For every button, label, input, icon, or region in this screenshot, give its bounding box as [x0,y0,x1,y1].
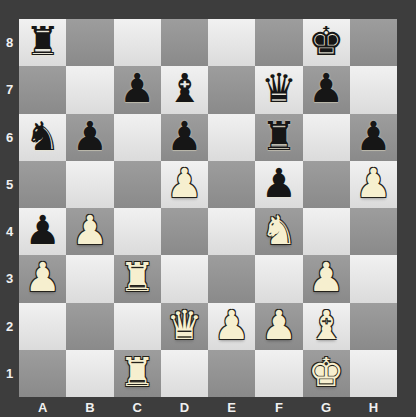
black-king-g8[interactable]: ♚ [308,19,344,65]
white-rook-c3[interactable]: ♜ [119,255,155,301]
square-g2[interactable]: ♝ [303,303,350,350]
square-f3[interactable] [255,255,302,302]
black-pawn-b6[interactable]: ♟ [72,114,108,160]
square-e6[interactable] [208,114,255,161]
square-c4[interactable] [114,208,161,255]
square-h7[interactable] [350,66,397,113]
square-a6[interactable]: ♞ [19,114,66,161]
file-label-h: H [350,397,397,417]
black-pawn-g7[interactable]: ♟ [308,66,344,112]
square-f6[interactable]: ♜ [255,114,302,161]
square-a8[interactable]: ♜ [19,19,66,66]
square-g7[interactable]: ♟ [303,66,350,113]
square-h1[interactable] [350,350,397,397]
square-e4[interactable] [208,208,255,255]
square-b5[interactable] [66,161,113,208]
rank-label-4: 4 [0,208,19,255]
file-label-g: G [303,397,350,417]
square-e2[interactable]: ♟ [208,303,255,350]
square-b4[interactable]: ♟ [66,208,113,255]
rank-label-6: 6 [0,114,19,161]
square-f4[interactable]: ♞ [255,208,302,255]
square-f5[interactable]: ♟ [255,161,302,208]
square-g8[interactable]: ♚ [303,19,350,66]
square-d6[interactable]: ♟ [161,114,208,161]
black-pawn-d6[interactable]: ♟ [166,114,202,160]
square-c6[interactable] [114,114,161,161]
rank-labels: 87654321 [0,19,19,397]
black-pawn-h6[interactable]: ♟ [355,114,391,160]
square-d4[interactable] [161,208,208,255]
square-g6[interactable] [303,114,350,161]
white-knight-f4[interactable]: ♞ [261,208,297,254]
rank-label-7: 7 [0,66,19,113]
white-pawn-b4[interactable]: ♟ [72,208,108,254]
black-bishop-d7[interactable]: ♝ [166,66,202,112]
square-b8[interactable] [66,19,113,66]
square-a1[interactable] [19,350,66,397]
rank-label-1: 1 [0,350,19,397]
square-b6[interactable]: ♟ [66,114,113,161]
square-c7[interactable]: ♟ [114,66,161,113]
black-rook-a8[interactable]: ♜ [25,19,61,65]
square-d8[interactable] [161,19,208,66]
square-e3[interactable] [208,255,255,302]
file-labels: ABCDEFGH [19,397,397,417]
square-d1[interactable] [161,350,208,397]
white-rook-c1[interactable]: ♜ [119,350,155,396]
file-label-b: B [66,397,113,417]
square-h6[interactable]: ♟ [350,114,397,161]
square-f1[interactable] [255,350,302,397]
square-a2[interactable] [19,303,66,350]
file-label-f: F [255,397,302,417]
black-rook-f6[interactable]: ♜ [261,114,297,160]
square-g1[interactable]: ♚ [303,350,350,397]
square-a4[interactable]: ♟ [19,208,66,255]
file-label-a: A [19,397,66,417]
white-pawn-f2[interactable]: ♟ [261,303,297,349]
square-b3[interactable] [66,255,113,302]
black-pawn-c7[interactable]: ♟ [119,66,155,112]
white-queen-d2[interactable]: ♛ [166,303,202,349]
black-pawn-a4[interactable]: ♟ [25,208,61,254]
file-label-c: C [114,397,161,417]
square-d7[interactable]: ♝ [161,66,208,113]
white-pawn-g3[interactable]: ♟ [308,255,344,301]
chess-diagram: 87654321 ♜♚♟♝♛♟♞♟♟♜♟♟♟♟♟♟♞♟♜♟♛♟♟♝♜♚ ABCD… [0,0,416,417]
square-c1[interactable]: ♜ [114,350,161,397]
black-pawn-f5[interactable]: ♟ [261,161,297,207]
square-c5[interactable] [114,161,161,208]
square-e7[interactable] [208,66,255,113]
white-pawn-d5[interactable]: ♟ [166,161,202,207]
white-pawn-h5[interactable]: ♟ [355,161,391,207]
file-label-d: D [161,397,208,417]
square-h4[interactable] [350,208,397,255]
square-g5[interactable] [303,161,350,208]
white-pawn-a3[interactable]: ♟ [25,255,61,301]
square-b1[interactable] [66,350,113,397]
square-g3[interactable]: ♟ [303,255,350,302]
square-e8[interactable] [208,19,255,66]
square-e5[interactable] [208,161,255,208]
square-d3[interactable] [161,255,208,302]
square-a5[interactable] [19,161,66,208]
square-b7[interactable] [66,66,113,113]
rank-label-8: 8 [0,19,19,66]
square-h3[interactable] [350,255,397,302]
square-b2[interactable] [66,303,113,350]
chess-board: ♜♚♟♝♛♟♞♟♟♜♟♟♟♟♟♟♞♟♜♟♛♟♟♝♜♚ [19,19,397,397]
rank-label-5: 5 [0,161,19,208]
white-king-g1[interactable]: ♚ [308,350,344,396]
square-d5[interactable]: ♟ [161,161,208,208]
square-c3[interactable]: ♜ [114,255,161,302]
square-a7[interactable] [19,66,66,113]
white-pawn-e2[interactable]: ♟ [214,303,250,349]
square-e1[interactable] [208,350,255,397]
square-d2[interactable]: ♛ [161,303,208,350]
square-c2[interactable] [114,303,161,350]
black-knight-a6[interactable]: ♞ [25,114,61,160]
white-bishop-g2[interactable]: ♝ [308,303,344,349]
square-h8[interactable] [350,19,397,66]
square-f2[interactable]: ♟ [255,303,302,350]
square-a3[interactable]: ♟ [19,255,66,302]
square-f7[interactable]: ♛ [255,66,302,113]
square-g4[interactable] [303,208,350,255]
square-f8[interactable] [255,19,302,66]
square-h5[interactable]: ♟ [350,161,397,208]
file-label-e: E [208,397,255,417]
square-c8[interactable] [114,19,161,66]
square-h2[interactable] [350,303,397,350]
rank-label-2: 2 [0,303,19,350]
black-queen-f7[interactable]: ♛ [261,66,297,112]
rank-label-3: 3 [0,255,19,302]
